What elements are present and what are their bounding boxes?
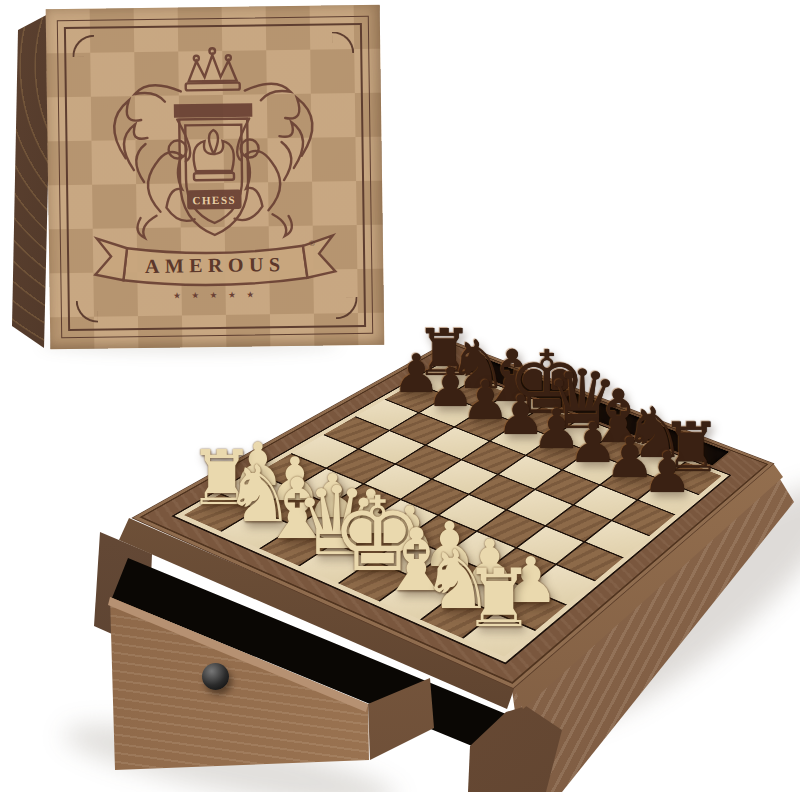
- brand-text: AMEROUS: [145, 253, 286, 277]
- product-box: CHESS AMEROUS ® ★ ★ ★ ★ ★: [6, 2, 396, 358]
- registered-mark: ®: [309, 239, 315, 248]
- stars-text: ★ ★ ★ ★ ★: [173, 289, 258, 300]
- flourish-left: [135, 85, 181, 102]
- product-photo-scene: CHESS AMEROUS ® ★ ★ ★ ★ ★ ♜♞♝♚♛♝♞♜♟♟♟♟♟♟…: [0, 0, 800, 792]
- crown-icon: [185, 48, 240, 91]
- inner-crown-icon: [193, 130, 234, 181]
- chess-label: CHESS: [192, 194, 236, 207]
- flourish-right: [245, 83, 291, 100]
- product-box-face: CHESS AMEROUS ® ★ ★ ★ ★ ★: [46, 5, 385, 350]
- heraldic-crest: CHESS AMEROUS ® ★ ★ ★ ★ ★: [62, 33, 366, 323]
- drawer-knob: [202, 663, 229, 690]
